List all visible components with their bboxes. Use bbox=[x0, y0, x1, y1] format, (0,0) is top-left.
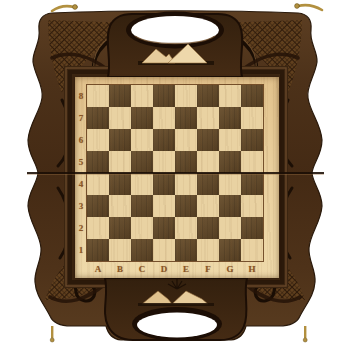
square-e8[interactable] bbox=[175, 85, 197, 107]
square-d8[interactable] bbox=[153, 85, 175, 107]
square-a5[interactable] bbox=[87, 151, 109, 173]
square-a1[interactable] bbox=[87, 239, 109, 261]
rank-label-7: 7 bbox=[75, 107, 87, 129]
bottom-right-pin bbox=[303, 326, 307, 342]
rank-label-1: 1 bbox=[75, 239, 87, 261]
file-label-b: B bbox=[109, 261, 131, 278]
square-e1[interactable] bbox=[175, 239, 197, 261]
square-a6[interactable] bbox=[87, 129, 109, 151]
square-c5[interactable] bbox=[131, 151, 153, 173]
file-label-f: F bbox=[197, 261, 219, 278]
square-d6[interactable] bbox=[153, 129, 175, 151]
square-b7[interactable] bbox=[109, 107, 131, 129]
square-g5[interactable] bbox=[219, 151, 241, 173]
square-c7[interactable] bbox=[131, 107, 153, 129]
square-f3[interactable] bbox=[197, 195, 219, 217]
square-a2[interactable] bbox=[87, 217, 109, 239]
square-c2[interactable] bbox=[131, 217, 153, 239]
square-h4[interactable] bbox=[241, 173, 263, 195]
file-label-g: G bbox=[219, 261, 241, 278]
square-a3[interactable] bbox=[87, 195, 109, 217]
file-label-a: A bbox=[87, 261, 109, 278]
square-a7[interactable] bbox=[87, 107, 109, 129]
rank-label-3: 3 bbox=[75, 195, 87, 217]
square-a8[interactable] bbox=[87, 85, 109, 107]
square-f2[interactable] bbox=[197, 217, 219, 239]
square-e7[interactable] bbox=[175, 107, 197, 129]
square-f5[interactable] bbox=[197, 151, 219, 173]
square-f7[interactable] bbox=[197, 107, 219, 129]
square-h1[interactable] bbox=[241, 239, 263, 261]
square-c8[interactable] bbox=[131, 85, 153, 107]
square-c4[interactable] bbox=[131, 173, 153, 195]
square-h3[interactable] bbox=[241, 195, 263, 217]
square-g8[interactable] bbox=[219, 85, 241, 107]
rank-label-6: 6 bbox=[75, 129, 87, 151]
square-d4[interactable] bbox=[153, 173, 175, 195]
file-label-h: H bbox=[241, 261, 263, 278]
square-f8[interactable] bbox=[197, 85, 219, 107]
square-b4[interactable] bbox=[109, 173, 131, 195]
square-g2[interactable] bbox=[219, 217, 241, 239]
square-e6[interactable] bbox=[175, 129, 197, 151]
square-c6[interactable] bbox=[131, 129, 153, 151]
square-a4[interactable] bbox=[87, 173, 109, 195]
square-h5[interactable] bbox=[241, 151, 263, 173]
square-e2[interactable] bbox=[175, 217, 197, 239]
square-b2[interactable] bbox=[109, 217, 131, 239]
square-g4[interactable] bbox=[219, 173, 241, 195]
bottom-left-pin bbox=[50, 326, 54, 342]
square-g3[interactable] bbox=[219, 195, 241, 217]
square-h2[interactable] bbox=[241, 217, 263, 239]
square-e4[interactable] bbox=[175, 173, 197, 195]
bottom-handle-hole bbox=[137, 313, 217, 338]
square-h7[interactable] bbox=[241, 107, 263, 129]
square-b3[interactable] bbox=[109, 195, 131, 217]
rank-label-2: 2 bbox=[75, 217, 87, 239]
rank-label-4: 4 bbox=[75, 173, 87, 195]
file-labels: ABCDEFGH bbox=[87, 261, 263, 278]
square-d3[interactable] bbox=[153, 195, 175, 217]
square-b6[interactable] bbox=[109, 129, 131, 151]
file-label-d: D bbox=[153, 261, 175, 278]
square-d5[interactable] bbox=[153, 151, 175, 173]
square-c3[interactable] bbox=[131, 195, 153, 217]
square-g6[interactable] bbox=[219, 129, 241, 151]
chess-board: 87654321 ABCDEFGH bbox=[75, 77, 279, 278]
square-f4[interactable] bbox=[197, 173, 219, 195]
square-f1[interactable] bbox=[197, 239, 219, 261]
square-d7[interactable] bbox=[153, 107, 175, 129]
ararat-bottom-band bbox=[138, 303, 214, 306]
case-fold-seam bbox=[27, 172, 324, 175]
rank-label-8: 8 bbox=[75, 85, 87, 107]
rank-label-5: 5 bbox=[75, 151, 87, 173]
top-right-hinge bbox=[295, 4, 322, 10]
square-b8[interactable] bbox=[109, 85, 131, 107]
file-label-c: C bbox=[131, 261, 153, 278]
chess-case-photo: 87654321 ABCDEFGH bbox=[0, 0, 350, 350]
square-g1[interactable] bbox=[219, 239, 241, 261]
square-h8[interactable] bbox=[241, 85, 263, 107]
square-c1[interactable] bbox=[131, 239, 153, 261]
square-h6[interactable] bbox=[241, 129, 263, 151]
square-b5[interactable] bbox=[109, 151, 131, 173]
top-left-hinge bbox=[52, 5, 77, 11]
square-e5[interactable] bbox=[175, 151, 197, 173]
square-b1[interactable] bbox=[109, 239, 131, 261]
square-d1[interactable] bbox=[153, 239, 175, 261]
square-d2[interactable] bbox=[153, 217, 175, 239]
square-g7[interactable] bbox=[219, 107, 241, 129]
square-f6[interactable] bbox=[197, 129, 219, 151]
file-label-e: E bbox=[175, 261, 197, 278]
square-e3[interactable] bbox=[175, 195, 197, 217]
